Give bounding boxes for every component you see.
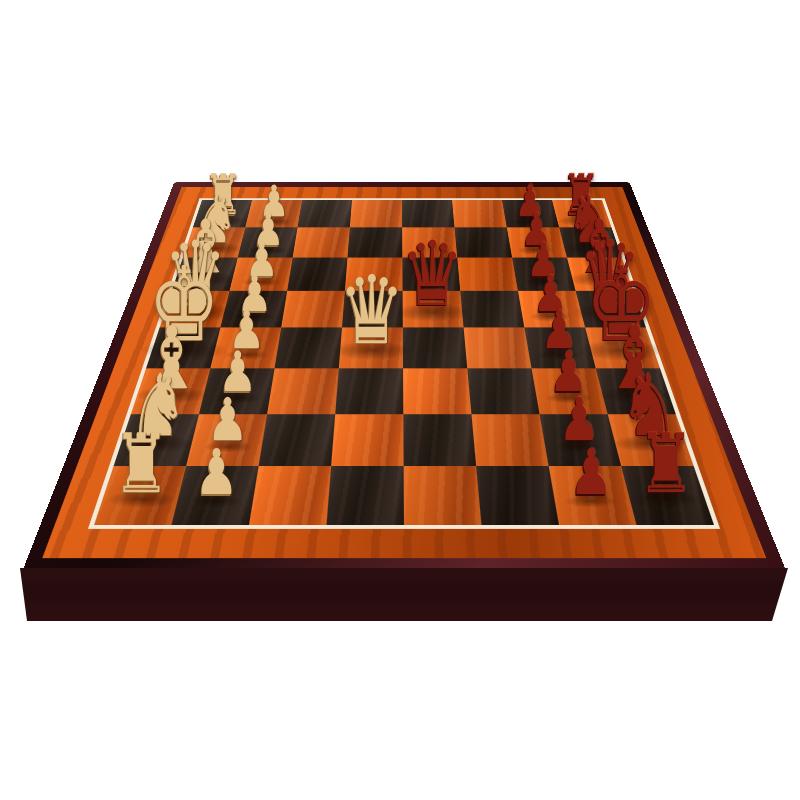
piece-glyph: ♛ [578, 229, 641, 319]
piece-glyph: ♟ [558, 390, 599, 449]
piece-glyph: ♟ [259, 180, 289, 223]
piece-glyph: ♟ [228, 305, 265, 358]
red-pawn-c7: ♟ [526, 247, 559, 284]
piece-glyph: ♟ [569, 441, 613, 504]
red-queen-d8: ♛ [578, 249, 641, 319]
piece-glyph: ♚ [148, 255, 220, 358]
piece-glyph: ♛ [339, 263, 405, 358]
piece-glyph: ♟ [245, 236, 278, 283]
red-pawn-b7: ♟ [520, 217, 552, 252]
piece-glyph: ♝ [180, 210, 231, 283]
pieces-layer: ♜♞♝♛♚♝♞♜♟♟♟♟♟♟♟♟♛♛♟♟♟♟♟♟♟♟♜♞♝♛♚♝♞♜ [0, 0, 800, 800]
piece-glyph: ♟ [218, 345, 257, 401]
white-king-e1: ♚ [148, 277, 220, 357]
piece-glyph: ♞ [128, 364, 188, 450]
piece-glyph: ♟ [533, 269, 568, 319]
piece-glyph: ♜ [637, 423, 694, 505]
piece-glyph: ♜ [562, 167, 601, 223]
red-queen-d5: ♛ [401, 249, 464, 319]
piece-glyph: ♟ [526, 236, 559, 283]
red-pawn-a7: ♟ [515, 190, 545, 224]
white-pawn-f2: ♟ [218, 357, 257, 401]
piece-glyph: ♜ [113, 423, 170, 505]
white-bishop-c1: ♝ [180, 226, 231, 283]
red-rook-h8: ♜ [637, 441, 694, 505]
piece-glyph: ♞ [567, 187, 613, 252]
red-knight-g8: ♞ [619, 382, 679, 449]
red-knight-b8: ♞ [567, 201, 613, 252]
product-photo-stage: ♜♞♝♛♚♝♞♜♟♟♟♟♟♟♟♟♛♛♟♟♟♟♟♟♟♟♜♞♝♛♚♝♞♜ [0, 0, 800, 800]
white-bishop-f1: ♝ [141, 333, 202, 401]
piece-glyph: ♝ [604, 314, 665, 400]
red-pawn-g7: ♟ [558, 403, 599, 449]
white-pawn-a2: ♟ [259, 190, 289, 224]
piece-glyph: ♚ [586, 255, 658, 358]
piece-glyph: ♟ [520, 207, 552, 252]
piece-glyph: ♝ [141, 314, 202, 400]
white-rook-a1: ♜ [204, 180, 243, 224]
white-queen-d1: ♛ [164, 249, 227, 319]
white-pawn-d2: ♟ [237, 280, 272, 319]
white-pawn-c2: ♟ [245, 247, 278, 284]
piece-glyph: ♛ [401, 229, 464, 319]
white-rook-h1: ♜ [113, 441, 170, 505]
red-bishop-f8: ♝ [604, 333, 665, 401]
piece-glyph: ♟ [194, 441, 238, 504]
red-pawn-h7: ♟ [569, 455, 613, 504]
piece-glyph: ♛ [164, 229, 227, 319]
red-pawn-d7: ♟ [533, 280, 568, 319]
piece-glyph: ♜ [204, 167, 243, 223]
red-king-e8: ♚ [586, 277, 658, 357]
white-knight-g1: ♞ [128, 382, 188, 449]
piece-glyph: ♟ [541, 305, 578, 358]
piece-glyph: ♟ [549, 345, 588, 401]
piece-glyph: ♟ [515, 180, 545, 223]
white-queen-e4: ♛ [339, 283, 405, 357]
red-rook-a8: ♜ [562, 180, 601, 224]
piece-glyph: ♟ [207, 390, 248, 449]
piece-glyph: ♟ [253, 207, 285, 252]
white-pawn-g2: ♟ [207, 403, 248, 449]
piece-glyph: ♞ [192, 187, 238, 252]
red-pawn-e7: ♟ [541, 316, 578, 357]
red-bishop-c8: ♝ [574, 226, 625, 283]
piece-glyph: ♟ [237, 269, 272, 319]
red-pawn-f7: ♟ [549, 357, 588, 401]
white-pawn-b2: ♟ [253, 217, 285, 252]
piece-glyph: ♝ [574, 210, 625, 283]
white-knight-b1: ♞ [192, 201, 238, 252]
piece-glyph: ♞ [619, 364, 679, 450]
white-pawn-h2: ♟ [194, 455, 238, 504]
white-pawn-e2: ♟ [228, 316, 265, 357]
